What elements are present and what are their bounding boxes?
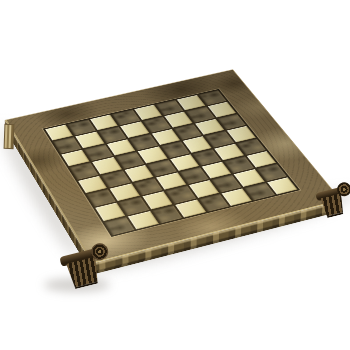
square-b5 — [93, 157, 122, 174]
square-h2 — [256, 164, 286, 181]
square-a4 — [78, 176, 107, 193]
board-foot-front — [63, 249, 109, 289]
square-f2 — [211, 175, 241, 192]
square-d3 — [156, 172, 186, 189]
square-e1 — [198, 194, 228, 212]
square-b1 — [128, 211, 158, 229]
square-a5 — [69, 162, 98, 179]
square-e3 — [179, 167, 209, 184]
square-c4 — [124, 165, 153, 182]
square-f3 — [202, 162, 232, 179]
square-c1 — [152, 205, 182, 223]
square-g1 — [244, 183, 274, 201]
square-a1 — [104, 217, 134, 236]
square-b3 — [110, 183, 140, 201]
square-c3 — [133, 178, 163, 195]
product-photo — [0, 0, 350, 350]
board-foot-right — [318, 187, 350, 218]
square-h1 — [267, 177, 297, 194]
square-b4 — [101, 170, 130, 187]
square-f1 — [221, 188, 251, 206]
board-foot-left — [4, 124, 15, 149]
square-d1 — [175, 199, 205, 217]
board-grid — [43, 89, 300, 237]
square-b2 — [119, 197, 149, 215]
square-g2 — [234, 169, 264, 186]
square-a2 — [95, 203, 125, 221]
square-c2 — [142, 191, 172, 209]
foot-scroll — [315, 183, 350, 221]
foot-scroll — [59, 244, 113, 294]
square-d4 — [147, 159, 176, 176]
square-e2 — [189, 180, 219, 198]
square-d2 — [166, 186, 196, 204]
square-a3 — [87, 189, 117, 207]
